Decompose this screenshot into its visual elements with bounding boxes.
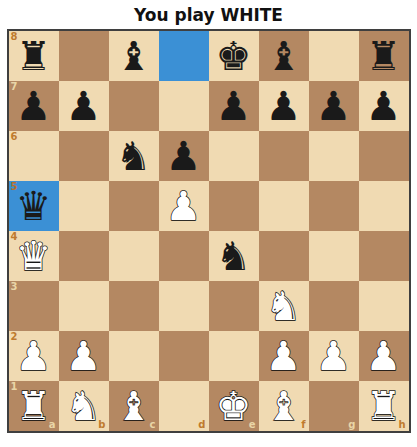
square-e1[interactable]: e♚ (209, 381, 259, 431)
piece-black-rook[interactable]: ♜ (366, 31, 402, 81)
square-b8[interactable] (59, 31, 109, 81)
square-c2[interactable] (109, 331, 159, 381)
piece-black-pawn[interactable]: ♟ (216, 81, 252, 131)
square-a6[interactable]: 6 (9, 131, 59, 181)
square-f4[interactable] (259, 231, 309, 281)
page-title: You play WHITE (0, 0, 417, 29)
piece-black-knight[interactable]: ♞ (116, 131, 152, 181)
piece-black-knight[interactable]: ♞ (216, 231, 252, 281)
square-b5[interactable] (59, 181, 109, 231)
square-f8[interactable]: ♝ (259, 31, 309, 81)
chess-app: You play WHITE 8♜♝♚♝♜7♟♟♟♟♟♟6♞♟5♛♟4♛♞3♞2… (0, 0, 417, 447)
piece-black-bishop[interactable]: ♝ (116, 31, 152, 81)
square-e3[interactable] (209, 281, 259, 331)
square-a7[interactable]: 7♟ (9, 81, 59, 131)
square-a8[interactable]: 8♜ (9, 31, 59, 81)
square-g4[interactable] (309, 231, 359, 281)
square-h7[interactable]: ♟ (359, 81, 409, 131)
square-c8[interactable]: ♝ (109, 31, 159, 81)
square-c5[interactable] (109, 181, 159, 231)
square-c7[interactable] (109, 81, 159, 131)
square-d7[interactable] (159, 81, 209, 131)
square-g1[interactable]: g (309, 381, 359, 431)
piece-white-queen[interactable]: ♛ (16, 231, 52, 281)
piece-white-pawn[interactable]: ♟ (66, 331, 102, 381)
square-f3[interactable]: ♞ (259, 281, 309, 331)
piece-white-knight[interactable]: ♞ (266, 281, 302, 331)
piece-black-pawn[interactable]: ♟ (66, 81, 102, 131)
square-e2[interactable] (209, 331, 259, 381)
rank-label-6: 6 (11, 132, 18, 142)
square-d2[interactable] (159, 331, 209, 381)
square-b1[interactable]: b♞ (59, 381, 109, 431)
square-h3[interactable] (359, 281, 409, 331)
piece-white-pawn[interactable]: ♟ (366, 331, 402, 381)
square-f1[interactable]: f♝ (259, 381, 309, 431)
square-f5[interactable] (259, 181, 309, 231)
square-a5[interactable]: 5♛ (9, 181, 59, 231)
piece-black-pawn[interactable]: ♟ (266, 81, 302, 131)
square-b2[interactable]: ♟ (59, 331, 109, 381)
square-f6[interactable] (259, 131, 309, 181)
square-a4[interactable]: 4♛ (9, 231, 59, 281)
square-g2[interactable]: ♟ (309, 331, 359, 381)
square-d6[interactable]: ♟ (159, 131, 209, 181)
piece-black-pawn[interactable]: ♟ (16, 81, 52, 131)
chess-board[interactable]: 8♜♝♚♝♜7♟♟♟♟♟♟6♞♟5♛♟4♛♞3♞2♟♟♟♟♟1a♜b♞c♝de♚… (7, 29, 411, 433)
square-g6[interactable] (309, 131, 359, 181)
square-e4[interactable]: ♞ (209, 231, 259, 281)
square-e6[interactable] (209, 131, 259, 181)
rank-label-3: 3 (11, 282, 18, 292)
piece-white-pawn[interactable]: ♟ (166, 181, 202, 231)
square-c3[interactable] (109, 281, 159, 331)
square-g8[interactable] (309, 31, 359, 81)
square-h5[interactable] (359, 181, 409, 231)
piece-white-king[interactable]: ♚ (216, 381, 252, 431)
piece-black-queen[interactable]: ♛ (16, 181, 52, 231)
square-b6[interactable] (59, 131, 109, 181)
square-a1[interactable]: 1a♜ (9, 381, 59, 431)
square-h8[interactable]: ♜ (359, 31, 409, 81)
file-label-g: g (348, 420, 355, 430)
square-d1[interactable]: d (159, 381, 209, 431)
square-e8[interactable]: ♚ (209, 31, 259, 81)
square-c6[interactable]: ♞ (109, 131, 159, 181)
piece-white-bishop[interactable]: ♝ (266, 381, 302, 431)
square-g3[interactable] (309, 281, 359, 331)
square-b7[interactable]: ♟ (59, 81, 109, 131)
square-g7[interactable]: ♟ (309, 81, 359, 131)
square-h1[interactable]: h♜ (359, 381, 409, 431)
file-label-d: d (198, 420, 205, 430)
square-a3[interactable]: 3 (9, 281, 59, 331)
square-d4[interactable] (159, 231, 209, 281)
square-h4[interactable] (359, 231, 409, 281)
square-h2[interactable]: ♟ (359, 331, 409, 381)
piece-white-pawn[interactable]: ♟ (266, 331, 302, 381)
piece-white-pawn[interactable]: ♟ (316, 331, 352, 381)
piece-black-pawn[interactable]: ♟ (166, 131, 202, 181)
square-e5[interactable] (209, 181, 259, 231)
square-f7[interactable]: ♟ (259, 81, 309, 131)
piece-black-pawn[interactable]: ♟ (366, 81, 402, 131)
square-f2[interactable]: ♟ (259, 331, 309, 381)
square-d8[interactable] (159, 31, 209, 81)
piece-black-pawn[interactable]: ♟ (316, 81, 352, 131)
square-b4[interactable] (59, 231, 109, 281)
square-a2[interactable]: 2♟ (9, 331, 59, 381)
square-c1[interactable]: c♝ (109, 381, 159, 431)
square-g5[interactable] (309, 181, 359, 231)
piece-white-bishop[interactable]: ♝ (116, 381, 152, 431)
piece-black-king[interactable]: ♚ (216, 31, 252, 81)
file-label-f: f (301, 420, 305, 430)
square-e7[interactable]: ♟ (209, 81, 259, 131)
square-b3[interactable] (59, 281, 109, 331)
piece-black-rook[interactable]: ♜ (16, 31, 52, 81)
square-d3[interactable] (159, 281, 209, 331)
square-d5[interactable]: ♟ (159, 181, 209, 231)
piece-white-rook[interactable]: ♜ (366, 381, 402, 431)
piece-black-bishop[interactable]: ♝ (266, 31, 302, 81)
square-h6[interactable] (359, 131, 409, 181)
square-c4[interactable] (109, 231, 159, 281)
piece-white-knight[interactable]: ♞ (66, 381, 102, 431)
piece-white-rook[interactable]: ♜ (16, 381, 52, 431)
piece-white-pawn[interactable]: ♟ (16, 331, 52, 381)
